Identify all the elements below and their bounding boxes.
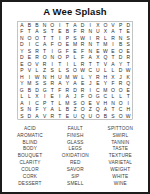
word-item: SMELL [62,180,89,187]
word-list: ACIDAROMATICBLINDBODYBOUQUETCLARITYCOLOR… [2,125,148,187]
word-item: LEGS [62,145,89,152]
word-item: BODY [17,145,43,152]
grid-cell[interactable]: Q [79,113,87,120]
word-item: SIP [62,173,89,180]
word-item: FINISH [62,131,89,138]
word-item: VARIETAL [108,159,133,166]
word-item: WEIGHT [108,166,133,173]
word-item: DESSERT [17,180,43,187]
grid-cell[interactable]: A [33,113,41,120]
letter-grid: ABBNOITADIXOVPDFTASTEBFRNUXATENOOTTIPSWI… [18,22,132,120]
word-search-card: A Wee Splash ABBNOITADIXOVPDFTASTEBFRNUX… [0,0,150,194]
grid-cell[interactable]: D [26,113,34,120]
word-column-col1: ACIDAROMATICBLINDBODYBOUQUETCLARITYCOLOR… [17,125,43,187]
word-item: COLOR [17,166,43,173]
grid-cell[interactable]: V [41,113,49,120]
word-item: OXIDATION [62,152,89,159]
grid-cell[interactable]: S [109,113,117,120]
word-item: CORK [17,173,43,180]
word-item: AROMATIC [17,131,43,138]
word-item: FAULT [62,125,89,132]
word-item: WINE [108,180,133,187]
word-item: TASTE [108,145,133,152]
grid-cell[interactable]: W [124,113,132,120]
word-column-col3: SPITTOONSWIRLTANNINTASTETEXTUREVARIETALW… [108,125,133,187]
grid-cell[interactable]: E [64,113,72,120]
screenshot-viewport: A Wee Splash ABBNOITADIXOVPDFTASTEBFRNUX… [0,0,150,194]
word-item: TEXTURE [108,152,133,159]
word-item: RED [62,159,89,166]
grid-cell[interactable]: T [56,113,64,120]
word-column-col2: FAULTFINISHGLASSLEGSOXIDATIONREDSAVORSIP… [62,125,89,187]
grid-cell[interactable]: O [117,113,125,120]
word-item: SPITTOON [108,125,133,132]
grid-cell[interactable]: S [18,113,26,120]
puzzle-title: A Wee Splash [2,6,148,17]
word-item: WHITE [108,173,133,180]
grid-cell[interactable]: B [102,113,110,120]
word-item: SWIRL [108,131,133,138]
grid-cell[interactable]: U [86,113,94,120]
word-item: CLARITY [17,159,43,166]
grid-cell[interactable]: U [71,113,79,120]
grid-cell[interactable]: R [48,113,56,120]
word-item: SAVOR [62,166,89,173]
word-item: BLIND [17,138,43,145]
word-item: GLASS [62,138,89,145]
word-item: TANNIN [108,138,133,145]
grid-cell[interactable]: O [94,113,102,120]
grid-frame: ABBNOITADIXOVPDFTASTEBFRNUXATENOOTTIPSWI… [18,21,133,120]
word-item: BOUQUET [17,152,43,159]
word-item: ACID [17,125,43,132]
